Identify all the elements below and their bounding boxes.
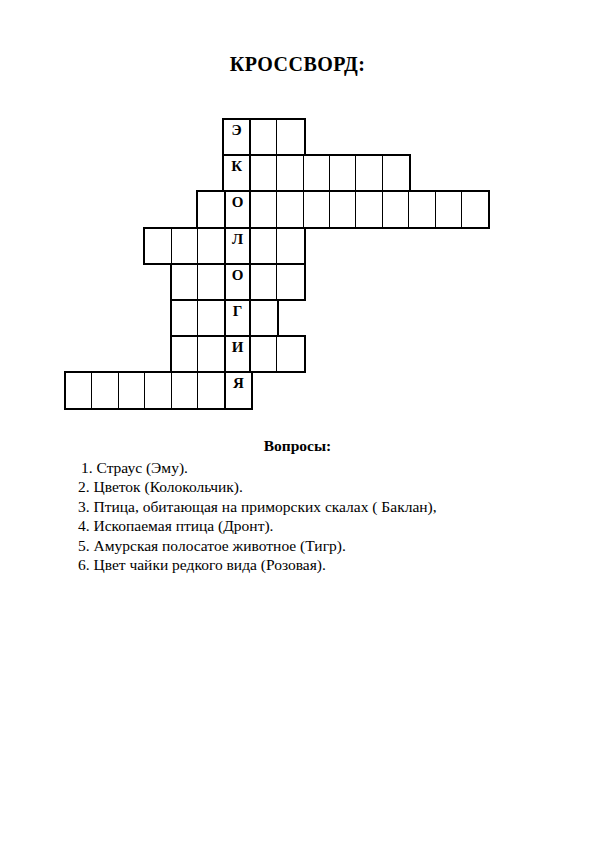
crossword-cell — [251, 301, 277, 335]
crossword-cell — [277, 120, 303, 154]
crossword-cell — [198, 337, 224, 371]
crossword-row-3: О — [196, 190, 490, 228]
crossword-cell — [277, 192, 303, 226]
crossword-cell — [277, 337, 303, 371]
crossword-cell — [383, 192, 409, 226]
questions-list: 1. Страус (Эму).2. Цветок (Колокольчик).… — [0, 458, 595, 574]
crossword-letter-cell: Г — [224, 301, 250, 335]
crossword-grid: ЭКОЛОГИЯ — [0, 0, 595, 420]
crossword-row-4: Л — [143, 227, 305, 265]
crossword-cell — [356, 192, 382, 226]
question-text: Ископаемая птица (Дронт). — [94, 517, 274, 534]
crossword-cell — [198, 373, 224, 407]
question-item-4: 4. Ископаемая птица (Дронт). — [78, 516, 575, 535]
question-text: Страус (Эму). — [97, 459, 188, 476]
crossword-cell — [251, 156, 277, 190]
crossword-row-6: Г — [170, 299, 280, 337]
crossword-cell — [251, 229, 277, 263]
question-text: Цветок (Колокольчик). — [94, 478, 243, 495]
crossword-cell — [119, 373, 145, 407]
questions-section: Вопросы: 1. Страус (Эму).2. Цветок (Коло… — [0, 437, 595, 574]
crossword-cell — [409, 192, 435, 226]
question-item-5: 5. Амурская полосатое животное (Тигр). — [78, 536, 575, 555]
crossword-letter-cell: К — [224, 156, 250, 190]
crossword-cell — [462, 192, 488, 226]
crossword-letter-cell: О — [224, 265, 250, 299]
questions-heading: Вопросы: — [0, 437, 595, 455]
question-number: 5. — [78, 536, 90, 555]
question-number: 3. — [78, 497, 90, 516]
crossword-cell — [198, 265, 224, 299]
crossword-letter-cell: Л — [224, 229, 250, 263]
crossword-cell — [277, 156, 303, 190]
crossword-row-7: И — [170, 335, 306, 373]
crossword-cell — [436, 192, 462, 226]
crossword-cell — [172, 373, 198, 407]
question-number: 4. — [78, 516, 90, 535]
crossword-cell — [330, 192, 356, 226]
crossword-letter-cell: Э — [224, 120, 250, 154]
question-number: 6. — [78, 555, 90, 574]
document-page: КРОССВОРД: ЭКОЛОГИЯ Вопросы: 1. Страус (… — [0, 0, 595, 842]
crossword-cell — [92, 373, 118, 407]
crossword-cell — [251, 337, 277, 371]
crossword-cell — [277, 265, 303, 299]
question-text: Цвет чайки редкого вида (Розовая). — [94, 556, 326, 573]
question-number: 2. — [78, 477, 90, 496]
crossword-cell — [145, 373, 171, 407]
crossword-cell — [356, 156, 382, 190]
question-item-6: 6. Цвет чайки редкого вида (Розовая). — [78, 555, 575, 574]
crossword-cell — [145, 229, 171, 263]
crossword-cell — [198, 301, 224, 335]
crossword-row-5: О — [170, 263, 306, 301]
crossword-cell — [198, 229, 224, 263]
crossword-row-8: Я — [64, 371, 253, 409]
crossword-cell — [330, 156, 356, 190]
crossword-cell — [277, 229, 303, 263]
crossword-cell — [304, 156, 330, 190]
crossword-letter-cell: Я — [224, 373, 250, 407]
crossword-cell — [172, 265, 198, 299]
question-text: Птица, обитающая на приморских скалах ( … — [94, 498, 437, 515]
question-item-1: 1. Страус (Эму). — [78, 458, 575, 477]
crossword-cell — [251, 265, 277, 299]
crossword-cell — [198, 192, 224, 226]
crossword-cell — [172, 229, 198, 263]
crossword-cell — [251, 120, 277, 154]
question-item-2: 2. Цветок (Колокольчик). — [78, 477, 575, 496]
crossword-letter-cell: О — [224, 192, 250, 226]
crossword-row-1: Э — [222, 118, 305, 156]
question-text: Амурская полосатое животное (Тигр). — [94, 537, 346, 554]
crossword-letter-cell: И — [224, 337, 250, 371]
question-number: 1. — [81, 458, 93, 477]
crossword-cell — [383, 156, 409, 190]
crossword-cell — [172, 301, 198, 335]
crossword-cell — [251, 192, 277, 226]
question-item-3: 3. Птица, обитающая на приморских скалах… — [78, 497, 575, 516]
crossword-row-2: К — [222, 154, 411, 192]
crossword-cell — [172, 337, 198, 371]
crossword-cell — [66, 373, 92, 407]
crossword-cell — [304, 192, 330, 226]
